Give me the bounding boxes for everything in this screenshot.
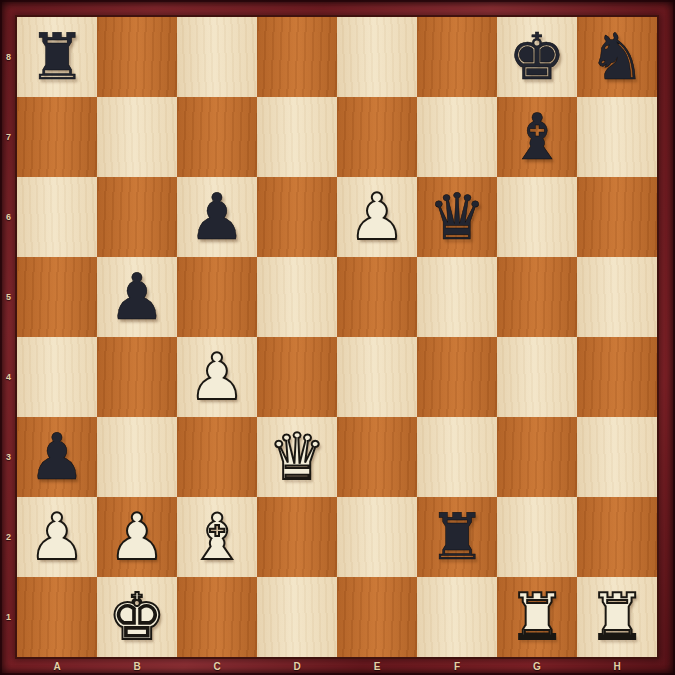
- square-d6[interactable]: [257, 177, 337, 257]
- board: ♜♚♞♝♟♟♛♟♟♟♛♟♟♝♜♚♜♜: [17, 17, 657, 657]
- square-c2[interactable]: ♝: [177, 497, 257, 577]
- square-b2[interactable]: ♟: [97, 497, 177, 577]
- square-c5[interactable]: [177, 257, 257, 337]
- rank-label-4: 4: [0, 337, 17, 417]
- piece-black-queen: ♛: [417, 177, 497, 257]
- file-label-d: D: [257, 657, 337, 675]
- file-label-f: F: [417, 657, 497, 675]
- square-g7[interactable]: ♝: [497, 97, 577, 177]
- square-g3[interactable]: [497, 417, 577, 497]
- square-f2[interactable]: ♜: [417, 497, 497, 577]
- square-c6[interactable]: ♟: [177, 177, 257, 257]
- piece-black-pawn: ♟: [177, 177, 257, 257]
- file-label-g: G: [497, 657, 577, 675]
- piece-white-bishop: ♝: [177, 497, 257, 577]
- square-a1[interactable]: [17, 577, 97, 657]
- square-b1[interactable]: ♚: [97, 577, 177, 657]
- rank-label-7: 7: [0, 97, 17, 177]
- square-f4[interactable]: [417, 337, 497, 417]
- piece-black-pawn: ♟: [97, 257, 177, 337]
- rank-label-2: 2: [0, 497, 17, 577]
- square-e4[interactable]: [337, 337, 417, 417]
- piece-white-queen: ♛: [257, 417, 337, 497]
- square-e8[interactable]: [337, 17, 417, 97]
- piece-black-rook: ♜: [417, 497, 497, 577]
- file-label-h: H: [577, 657, 657, 675]
- square-b8[interactable]: [97, 17, 177, 97]
- piece-white-king: ♚: [97, 577, 177, 657]
- square-e1[interactable]: [337, 577, 417, 657]
- piece-white-pawn: ♟: [177, 337, 257, 417]
- square-h8[interactable]: ♞: [577, 17, 657, 97]
- piece-white-pawn: ♟: [17, 497, 97, 577]
- square-a4[interactable]: [17, 337, 97, 417]
- square-b7[interactable]: [97, 97, 177, 177]
- square-b3[interactable]: [97, 417, 177, 497]
- square-g8[interactable]: ♚: [497, 17, 577, 97]
- square-a2[interactable]: ♟: [17, 497, 97, 577]
- square-h5[interactable]: [577, 257, 657, 337]
- piece-black-bishop: ♝: [497, 97, 577, 177]
- rank-label-8: 8: [0, 17, 17, 97]
- square-h6[interactable]: [577, 177, 657, 257]
- square-d2[interactable]: [257, 497, 337, 577]
- square-a3[interactable]: ♟: [17, 417, 97, 497]
- square-h3[interactable]: [577, 417, 657, 497]
- file-label-a: A: [17, 657, 97, 675]
- piece-black-pawn: ♟: [17, 417, 97, 497]
- square-e5[interactable]: [337, 257, 417, 337]
- square-d3[interactable]: ♛: [257, 417, 337, 497]
- rank-label-5: 5: [0, 257, 17, 337]
- square-f5[interactable]: [417, 257, 497, 337]
- square-g5[interactable]: [497, 257, 577, 337]
- square-c4[interactable]: ♟: [177, 337, 257, 417]
- square-d8[interactable]: [257, 17, 337, 97]
- rank-labels: 87654321: [0, 17, 17, 657]
- piece-white-pawn: ♟: [337, 177, 417, 257]
- piece-black-knight: ♞: [577, 17, 657, 97]
- piece-black-rook: ♜: [17, 17, 97, 97]
- square-f8[interactable]: [417, 17, 497, 97]
- square-c1[interactable]: [177, 577, 257, 657]
- square-b5[interactable]: ♟: [97, 257, 177, 337]
- piece-white-pawn: ♟: [97, 497, 177, 577]
- square-f7[interactable]: [417, 97, 497, 177]
- piece-black-king: ♚: [497, 17, 577, 97]
- file-label-e: E: [337, 657, 417, 675]
- square-f6[interactable]: ♛: [417, 177, 497, 257]
- piece-white-rook: ♜: [497, 577, 577, 657]
- square-a6[interactable]: [17, 177, 97, 257]
- square-c3[interactable]: [177, 417, 257, 497]
- square-c7[interactable]: [177, 97, 257, 177]
- rank-label-3: 3: [0, 417, 17, 497]
- square-a7[interactable]: [17, 97, 97, 177]
- square-e3[interactable]: [337, 417, 417, 497]
- file-label-c: C: [177, 657, 257, 675]
- square-e7[interactable]: [337, 97, 417, 177]
- chessboard-frame: ♜♚♞♝♟♟♛♟♟♟♛♟♟♝♜♚♜♜ 87654321 ABCDEFGH: [0, 0, 675, 675]
- rank-label-1: 1: [0, 577, 17, 657]
- rank-label-6: 6: [0, 177, 17, 257]
- square-g6[interactable]: [497, 177, 577, 257]
- square-d7[interactable]: [257, 97, 337, 177]
- square-g4[interactable]: [497, 337, 577, 417]
- file-labels: ABCDEFGH: [17, 657, 657, 675]
- square-f1[interactable]: [417, 577, 497, 657]
- square-b4[interactable]: [97, 337, 177, 417]
- square-d4[interactable]: [257, 337, 337, 417]
- square-d1[interactable]: [257, 577, 337, 657]
- square-e2[interactable]: [337, 497, 417, 577]
- square-f3[interactable]: [417, 417, 497, 497]
- piece-white-rook: ♜: [577, 577, 657, 657]
- square-h7[interactable]: [577, 97, 657, 177]
- square-e6[interactable]: ♟: [337, 177, 417, 257]
- square-d5[interactable]: [257, 257, 337, 337]
- square-a8[interactable]: ♜: [17, 17, 97, 97]
- square-g1[interactable]: ♜: [497, 577, 577, 657]
- square-h4[interactable]: [577, 337, 657, 417]
- file-label-b: B: [97, 657, 177, 675]
- square-h1[interactable]: ♜: [577, 577, 657, 657]
- square-c8[interactable]: [177, 17, 257, 97]
- square-b6[interactable]: [97, 177, 177, 257]
- square-g2[interactable]: [497, 497, 577, 577]
- square-h2[interactable]: [577, 497, 657, 577]
- square-a5[interactable]: [17, 257, 97, 337]
